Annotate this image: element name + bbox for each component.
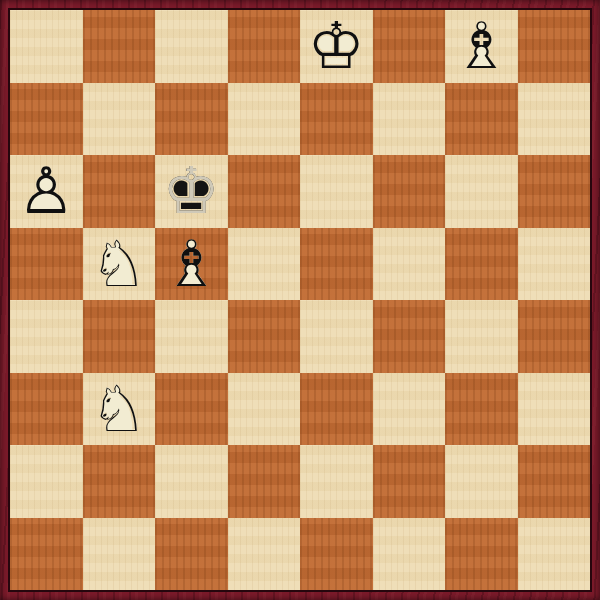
square-h7[interactable] [518,83,591,156]
square-c1[interactable] [155,518,228,591]
square-c5[interactable]: ♝♗ [155,228,228,301]
square-g4[interactable] [445,300,518,373]
square-g1[interactable] [445,518,518,591]
square-b7[interactable] [83,83,156,156]
piece-black-king[interactable]: ♚♔ [155,155,228,228]
square-e7[interactable] [300,83,373,156]
white-bishop-outline-icon: ♗ [445,10,518,83]
square-g5[interactable] [445,228,518,301]
square-c8[interactable] [155,10,228,83]
square-d2[interactable] [228,445,301,518]
square-d6[interactable] [228,155,301,228]
white-bishop-outline-icon: ♗ [155,228,228,301]
square-c6[interactable]: ♚♔ [155,155,228,228]
square-f1[interactable] [373,518,446,591]
black-king-outline-icon: ♔ [155,155,228,228]
square-g3[interactable] [445,373,518,446]
square-a7[interactable] [10,83,83,156]
white-knight-outline-icon: ♘ [83,228,156,301]
square-b2[interactable] [83,445,156,518]
square-h3[interactable] [518,373,591,446]
square-g7[interactable] [445,83,518,156]
square-e1[interactable] [300,518,373,591]
square-a6[interactable]: ♟♙ [10,155,83,228]
white-knight-outline-icon: ♘ [83,373,156,446]
square-f3[interactable] [373,373,446,446]
square-f6[interactable] [373,155,446,228]
square-h5[interactable] [518,228,591,301]
white-pawn-outline-icon: ♙ [10,155,83,228]
square-h4[interactable] [518,300,591,373]
square-a5[interactable] [10,228,83,301]
square-f8[interactable] [373,10,446,83]
square-d3[interactable] [228,373,301,446]
board-frame: ♚♔♝♗♟♙♚♔♞♘♝♗♞♘ [0,0,600,600]
square-h6[interactable] [518,155,591,228]
square-g8[interactable]: ♝♗ [445,10,518,83]
piece-white-knight[interactable]: ♞♘ [83,373,156,446]
square-d4[interactable] [228,300,301,373]
piece-white-pawn[interactable]: ♟♙ [10,155,83,228]
square-d8[interactable] [228,10,301,83]
square-e8[interactable]: ♚♔ [300,10,373,83]
square-b4[interactable] [83,300,156,373]
white-king-outline-icon: ♔ [300,10,373,83]
square-f2[interactable] [373,445,446,518]
square-g6[interactable] [445,155,518,228]
square-e6[interactable] [300,155,373,228]
square-d5[interactable] [228,228,301,301]
square-h1[interactable] [518,518,591,591]
square-b8[interactable] [83,10,156,83]
square-d1[interactable] [228,518,301,591]
piece-white-king[interactable]: ♚♔ [300,10,373,83]
square-h8[interactable] [518,10,591,83]
piece-white-bishop[interactable]: ♝♗ [155,228,228,301]
square-a4[interactable] [10,300,83,373]
piece-white-knight[interactable]: ♞♘ [83,228,156,301]
square-c7[interactable] [155,83,228,156]
square-g2[interactable] [445,445,518,518]
square-b1[interactable] [83,518,156,591]
square-a3[interactable] [10,373,83,446]
square-f7[interactable] [373,83,446,156]
square-e3[interactable] [300,373,373,446]
square-a2[interactable] [10,445,83,518]
square-e2[interactable] [300,445,373,518]
square-b6[interactable] [83,155,156,228]
square-e5[interactable] [300,228,373,301]
chess-board: ♚♔♝♗♟♙♚♔♞♘♝♗♞♘ [8,8,592,592]
square-c2[interactable] [155,445,228,518]
square-c4[interactable] [155,300,228,373]
square-b5[interactable]: ♞♘ [83,228,156,301]
square-d7[interactable] [228,83,301,156]
square-c3[interactable] [155,373,228,446]
square-h2[interactable] [518,445,591,518]
square-b3[interactable]: ♞♘ [83,373,156,446]
square-f4[interactable] [373,300,446,373]
piece-white-bishop[interactable]: ♝♗ [445,10,518,83]
square-a1[interactable] [10,518,83,591]
square-e4[interactable] [300,300,373,373]
square-a8[interactable] [10,10,83,83]
square-f5[interactable] [373,228,446,301]
